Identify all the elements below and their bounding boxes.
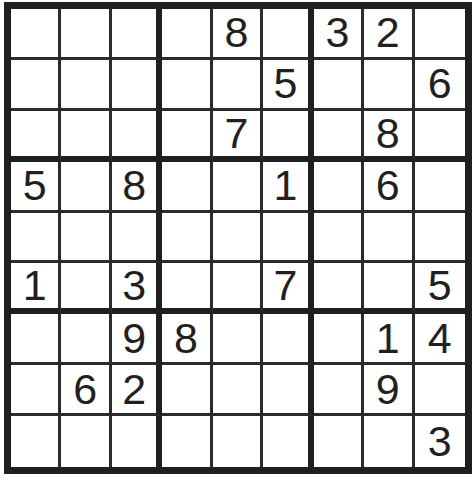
cell-r6c5[interactable] [213, 263, 263, 314]
cell-r3c6[interactable] [263, 111, 313, 162]
cell-r9c3[interactable] [112, 416, 162, 467]
cell-r7c5[interactable] [213, 314, 263, 365]
cell-r1c3[interactable] [112, 9, 162, 60]
cell-r4c3[interactable]: 8 [112, 162, 162, 213]
cell-r2c6[interactable]: 5 [263, 60, 313, 111]
cell-r7c3[interactable]: 9 [112, 314, 162, 365]
sudoku-page: 83256785816137598146293 [0, 0, 476, 478]
cell-r3c1[interactable] [11, 111, 61, 162]
cell-r8c9[interactable] [415, 365, 465, 416]
cell-r5c4[interactable] [162, 213, 212, 264]
cell-r8c1[interactable] [11, 365, 61, 416]
cell-r9c6[interactable] [263, 416, 313, 467]
cell-r2c5[interactable] [213, 60, 263, 111]
cell-r7c6[interactable] [263, 314, 313, 365]
cell-r6c7[interactable] [314, 263, 364, 314]
cell-r8c7[interactable] [314, 365, 364, 416]
cell-r3c7[interactable] [314, 111, 364, 162]
cell-r2c2[interactable] [61, 60, 111, 111]
cell-r1c9[interactable] [415, 9, 465, 60]
cell-r6c6[interactable]: 7 [263, 263, 313, 314]
cell-r5c2[interactable] [61, 213, 111, 264]
cell-r2c4[interactable] [162, 60, 212, 111]
cell-r4c4[interactable] [162, 162, 212, 213]
cell-r9c8[interactable] [364, 416, 414, 467]
cell-r4c9[interactable] [415, 162, 465, 213]
cell-r6c1[interactable]: 1 [11, 263, 61, 314]
cell-r1c4[interactable] [162, 9, 212, 60]
cell-r5c7[interactable] [314, 213, 364, 264]
cell-r8c8[interactable]: 9 [364, 365, 414, 416]
cell-r1c7[interactable]: 3 [314, 9, 364, 60]
cell-r8c6[interactable] [263, 365, 313, 416]
cell-r2c8[interactable] [364, 60, 414, 111]
cell-r7c2[interactable] [61, 314, 111, 365]
cell-r4c8[interactable]: 6 [364, 162, 414, 213]
cell-r6c2[interactable] [61, 263, 111, 314]
cell-r3c2[interactable] [61, 111, 111, 162]
cell-r9c2[interactable] [61, 416, 111, 467]
cell-r8c5[interactable] [213, 365, 263, 416]
cell-r8c4[interactable] [162, 365, 212, 416]
cell-r9c4[interactable] [162, 416, 212, 467]
cell-r9c9[interactable]: 3 [415, 416, 465, 467]
cell-r2c3[interactable] [112, 60, 162, 111]
cell-r8c3[interactable]: 2 [112, 365, 162, 416]
cell-r4c2[interactable] [61, 162, 111, 213]
cell-r3c5[interactable]: 7 [213, 111, 263, 162]
cell-r5c1[interactable] [11, 213, 61, 264]
cell-r7c1[interactable] [11, 314, 61, 365]
cell-r3c9[interactable] [415, 111, 465, 162]
cell-r6c9[interactable]: 5 [415, 263, 465, 314]
cell-r2c9[interactable]: 6 [415, 60, 465, 111]
cell-r2c1[interactable] [11, 60, 61, 111]
cell-r1c1[interactable] [11, 9, 61, 60]
cell-r7c7[interactable] [314, 314, 364, 365]
cell-r7c9[interactable]: 4 [415, 314, 465, 365]
cell-r6c4[interactable] [162, 263, 212, 314]
cell-r1c6[interactable] [263, 9, 313, 60]
cell-r6c3[interactable]: 3 [112, 263, 162, 314]
cell-r7c8[interactable]: 1 [364, 314, 414, 365]
sudoku-board: 83256785816137598146293 [4, 2, 472, 474]
cell-r1c8[interactable]: 2 [364, 9, 414, 60]
cell-r5c8[interactable] [364, 213, 414, 264]
cell-r4c7[interactable] [314, 162, 364, 213]
cell-r3c3[interactable] [112, 111, 162, 162]
cell-r4c5[interactable] [213, 162, 263, 213]
cell-r7c4[interactable]: 8 [162, 314, 212, 365]
cell-r6c8[interactable] [364, 263, 414, 314]
cell-r5c6[interactable] [263, 213, 313, 264]
cell-r1c5[interactable]: 8 [213, 9, 263, 60]
cell-r2c7[interactable] [314, 60, 364, 111]
cell-r3c4[interactable] [162, 111, 212, 162]
cell-r4c1[interactable]: 5 [11, 162, 61, 213]
cell-r1c2[interactable] [61, 9, 111, 60]
cell-r5c3[interactable] [112, 213, 162, 264]
cell-r4c6[interactable]: 1 [263, 162, 313, 213]
cell-r5c9[interactable] [415, 213, 465, 264]
cell-r5c5[interactable] [213, 213, 263, 264]
cell-r8c2[interactable]: 6 [61, 365, 111, 416]
cell-r3c8[interactable]: 8 [364, 111, 414, 162]
cell-r9c1[interactable] [11, 416, 61, 467]
cell-r9c5[interactable] [213, 416, 263, 467]
cell-r9c7[interactable] [314, 416, 364, 467]
